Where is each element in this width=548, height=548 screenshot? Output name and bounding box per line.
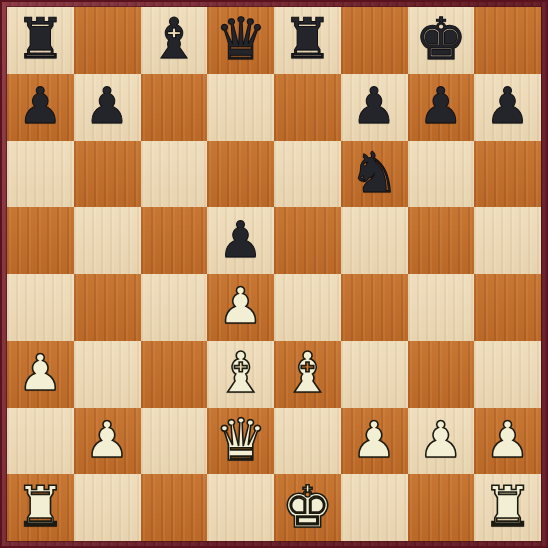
square-b2[interactable]: ♟ <box>74 408 141 475</box>
square-d5[interactable]: ♟ <box>207 207 274 274</box>
white-pawn: ♟ <box>418 415 463 465</box>
chess-board: ♜♝♛♜♚♟♟♟♟♟♞♟♟♟♝♝♟♛♟♟♟♜♚♜ <box>7 7 541 541</box>
square-c8[interactable]: ♝ <box>141 7 208 74</box>
square-d6[interactable] <box>207 141 274 208</box>
square-d4[interactable]: ♟ <box>207 274 274 341</box>
white-pawn: ♟ <box>352 415 397 465</box>
square-a1[interactable]: ♜ <box>7 474 74 541</box>
square-h3[interactable] <box>474 341 541 408</box>
square-e7[interactable] <box>274 74 341 141</box>
square-d1[interactable] <box>207 474 274 541</box>
white-bishop: ♝ <box>216 345 266 401</box>
square-c6[interactable] <box>141 141 208 208</box>
square-f7[interactable]: ♟ <box>341 74 408 141</box>
chess-board-frame: ♜♝♛♜♚♟♟♟♟♟♞♟♟♟♝♝♟♛♟♟♟♜♚♜ <box>0 0 548 548</box>
square-h6[interactable] <box>474 141 541 208</box>
square-b4[interactable] <box>74 274 141 341</box>
black-queen: ♛ <box>215 10 267 68</box>
square-c7[interactable] <box>141 74 208 141</box>
square-a8[interactable]: ♜ <box>7 7 74 74</box>
square-h4[interactable] <box>474 274 541 341</box>
square-c5[interactable] <box>141 207 208 274</box>
square-f3[interactable] <box>341 341 408 408</box>
square-a6[interactable] <box>7 141 74 208</box>
white-king: ♚ <box>281 478 333 536</box>
white-rook: ♜ <box>15 479 65 535</box>
square-b1[interactable] <box>74 474 141 541</box>
square-h2[interactable]: ♟ <box>474 408 541 475</box>
black-bishop: ♝ <box>149 11 199 67</box>
square-e3[interactable]: ♝ <box>274 341 341 408</box>
square-b6[interactable] <box>74 141 141 208</box>
black-pawn: ♟ <box>218 215 263 265</box>
square-c1[interactable] <box>141 474 208 541</box>
square-b8[interactable] <box>74 7 141 74</box>
white-pawn: ♟ <box>85 415 130 465</box>
square-f8[interactable] <box>341 7 408 74</box>
black-knight: ♞ <box>349 145 399 201</box>
square-a4[interactable] <box>7 274 74 341</box>
square-e8[interactable]: ♜ <box>274 7 341 74</box>
square-g1[interactable] <box>408 474 475 541</box>
black-pawn: ♟ <box>418 81 463 131</box>
square-f4[interactable] <box>341 274 408 341</box>
white-queen: ♛ <box>215 411 267 469</box>
square-e4[interactable] <box>274 274 341 341</box>
square-g8[interactable]: ♚ <box>408 7 475 74</box>
square-g2[interactable]: ♟ <box>408 408 475 475</box>
square-b3[interactable] <box>74 341 141 408</box>
square-g3[interactable] <box>408 341 475 408</box>
black-king: ♚ <box>415 10 467 68</box>
square-a2[interactable] <box>7 408 74 475</box>
white-pawn: ♟ <box>218 281 263 331</box>
square-g6[interactable] <box>408 141 475 208</box>
square-h7[interactable]: ♟ <box>474 74 541 141</box>
white-pawn: ♟ <box>485 415 530 465</box>
black-pawn: ♟ <box>352 81 397 131</box>
square-a7[interactable]: ♟ <box>7 74 74 141</box>
square-a3[interactable]: ♟ <box>7 341 74 408</box>
square-a5[interactable] <box>7 207 74 274</box>
white-bishop: ♝ <box>282 345 332 401</box>
black-pawn: ♟ <box>18 81 63 131</box>
square-b5[interactable] <box>74 207 141 274</box>
square-f1[interactable] <box>341 474 408 541</box>
white-pawn: ♟ <box>18 348 63 398</box>
square-g4[interactable] <box>408 274 475 341</box>
square-c2[interactable] <box>141 408 208 475</box>
black-pawn: ♟ <box>85 81 130 131</box>
square-g5[interactable] <box>408 207 475 274</box>
square-c3[interactable] <box>141 341 208 408</box>
black-rook: ♜ <box>282 11 332 67</box>
square-h1[interactable]: ♜ <box>474 474 541 541</box>
square-d7[interactable] <box>207 74 274 141</box>
square-h5[interactable] <box>474 207 541 274</box>
black-pawn: ♟ <box>485 81 530 131</box>
square-f6[interactable]: ♞ <box>341 141 408 208</box>
square-f5[interactable] <box>341 207 408 274</box>
square-f2[interactable]: ♟ <box>341 408 408 475</box>
square-c4[interactable] <box>141 274 208 341</box>
square-e1[interactable]: ♚ <box>274 474 341 541</box>
square-e6[interactable] <box>274 141 341 208</box>
black-rook: ♜ <box>15 11 65 67</box>
white-rook: ♜ <box>483 479 533 535</box>
square-d2[interactable]: ♛ <box>207 408 274 475</box>
square-e5[interactable] <box>274 207 341 274</box>
square-b7[interactable]: ♟ <box>74 74 141 141</box>
square-e2[interactable] <box>274 408 341 475</box>
square-h8[interactable] <box>474 7 541 74</box>
square-d8[interactable]: ♛ <box>207 7 274 74</box>
square-g7[interactable]: ♟ <box>408 74 475 141</box>
square-d3[interactable]: ♝ <box>207 341 274 408</box>
